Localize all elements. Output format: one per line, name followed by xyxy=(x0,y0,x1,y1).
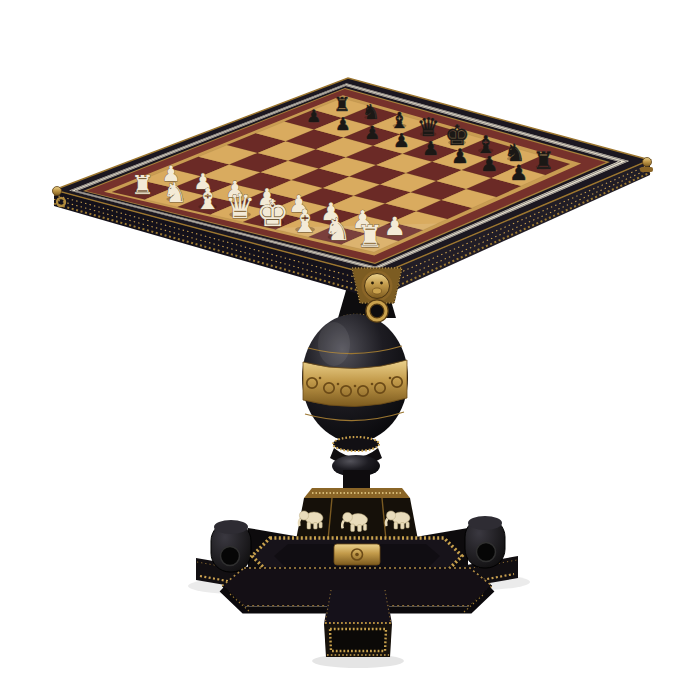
piece-white-bishop-c1[interactable]: ♝ xyxy=(195,182,221,216)
piece-white-queen-d1[interactable]: ♛ xyxy=(225,187,255,226)
piece-black-pawn-d7[interactable]: ♟ xyxy=(393,130,410,151)
piece-black-rook-a8[interactable]: ♜ xyxy=(334,93,351,115)
piece-black-pawn-g7[interactable]: ♟ xyxy=(480,152,498,176)
pedestal-sphere xyxy=(302,314,408,442)
piece-white-knight-b1[interactable]: ♞ xyxy=(163,177,188,208)
piece-black-pawn-f7[interactable]: ♟ xyxy=(451,145,469,168)
pedestal-front-foot xyxy=(324,590,392,657)
piece-white-rook-a1[interactable]: ♜ xyxy=(131,170,154,200)
piece-black-pawn-c7[interactable]: ♟ xyxy=(364,122,380,143)
piece-white-knight-g1[interactable]: ♞ xyxy=(324,212,352,247)
chess-table-photo: ♜♞♟♝♟♛♟♚♟♝♟♞♟♜♟♟♟♟♜♟♞♟♝♟♛♟♚♟♝♟♞♜ xyxy=(0,0,700,700)
elephant-frieze-drum xyxy=(296,488,418,540)
piece-black-pawn-a7[interactable]: ♟ xyxy=(306,106,321,126)
piece-white-king-e1[interactable]: ♚ xyxy=(256,192,289,235)
piece-white-rook-h1[interactable]: ♜ xyxy=(356,219,383,254)
piece-black-pawn-e7[interactable]: ♟ xyxy=(422,137,439,160)
chess-table-scene: ♜♞♟♝♟♛♟♚♟♝♟♞♟♜♟♟♟♟♜♟♞♟♝♟♛♟♚♟♝♟♞♜ xyxy=(0,0,700,700)
piece-black-pawn-b7[interactable]: ♟ xyxy=(335,114,351,134)
piece-white-pawn-h2[interactable]: ♟ xyxy=(384,212,406,241)
piece-white-bishop-f1[interactable]: ♝ xyxy=(291,203,319,239)
piece-black-pawn-h7[interactable]: ♟ xyxy=(509,161,528,185)
piece-black-rook-h8[interactable]: ♜ xyxy=(533,147,554,175)
